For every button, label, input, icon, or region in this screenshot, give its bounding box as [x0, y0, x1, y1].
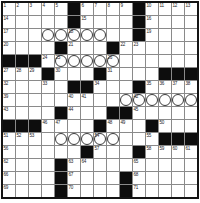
clue-number: 35	[147, 81, 152, 86]
cell-r11c4[interactable]	[42, 133, 54, 145]
cell-r12c6[interactable]	[68, 146, 80, 158]
cell-r11c6[interactable]	[68, 133, 80, 145]
cell-r8c14[interactable]	[172, 94, 184, 106]
cell-r14c13[interactable]	[159, 172, 171, 184]
cell-r12c3[interactable]	[29, 146, 41, 158]
cell-r12c4[interactable]	[42, 146, 54, 158]
cell-r1c1[interactable]: 1	[3, 3, 15, 15]
clue-number: 69	[4, 185, 9, 190]
cell-r13c11[interactable]: 65	[133, 159, 145, 171]
cell-r9c11[interactable]: 45	[133, 107, 145, 119]
clue-number: 26	[108, 55, 113, 60]
cell-r10c3	[29, 120, 41, 132]
cell-r2c14[interactable]	[172, 16, 184, 28]
cell-r13c6[interactable]: 63	[68, 159, 80, 171]
clue-number: 10	[147, 3, 152, 8]
cell-r4c11[interactable]: 23	[133, 42, 145, 54]
cell-r1c9[interactable]: 8	[107, 3, 119, 15]
cell-r9c6[interactable]: 44	[68, 107, 80, 119]
clue-number: 37	[173, 81, 178, 86]
cell-r12c11	[133, 146, 145, 158]
circle-mark	[55, 133, 67, 145]
cell-r10c9[interactable]: 48	[107, 120, 119, 132]
cell-r15c4[interactable]	[42, 185, 54, 197]
cell-r7c9[interactable]	[107, 81, 119, 93]
cell-r6c6[interactable]	[68, 68, 80, 80]
cell-r3c9[interactable]	[107, 29, 119, 41]
cell-r3c8[interactable]	[94, 29, 106, 41]
cell-r15c9[interactable]	[107, 185, 119, 197]
cell-r8c1[interactable]: 39	[3, 94, 15, 106]
cell-r4c12[interactable]	[146, 42, 158, 54]
clue-number: 31	[108, 68, 113, 73]
circle-mark	[120, 94, 132, 106]
cell-r1c2[interactable]: 2	[16, 3, 28, 15]
cell-r9c13[interactable]	[159, 107, 171, 119]
cell-r1c3[interactable]: 3	[29, 3, 41, 15]
cell-r12c8[interactable]: 57	[94, 146, 106, 158]
cell-r6c7[interactable]	[81, 68, 93, 80]
cell-r11c2[interactable]: 52	[16, 133, 28, 145]
cell-r14c1[interactable]: 66	[3, 172, 15, 184]
clue-number: 28	[17, 68, 22, 73]
cell-r1c15[interactable]: 13	[185, 3, 197, 15]
cell-r5c11[interactable]	[133, 55, 145, 67]
circle-mark	[172, 94, 184, 106]
cell-r5c8[interactable]	[94, 55, 106, 67]
cell-r6c8	[94, 68, 106, 80]
cell-r12c12[interactable]: 58	[146, 146, 158, 158]
cell-r9c1[interactable]: 43	[3, 107, 15, 119]
cell-r4c4[interactable]	[42, 42, 54, 54]
clue-number: 62	[4, 159, 9, 164]
clue-number: 66	[4, 172, 9, 177]
cell-r9c5	[55, 107, 67, 119]
cell-r11c3[interactable]: 53	[29, 133, 41, 145]
clue-number: 51	[4, 133, 9, 138]
cell-r1c5[interactable]: 5	[55, 3, 67, 15]
cell-r1c4[interactable]: 4	[42, 3, 54, 15]
clue-number: 24	[43, 55, 48, 60]
clue-number: 60	[173, 146, 178, 151]
cell-r3c2[interactable]	[16, 29, 28, 41]
cell-r15c5	[55, 185, 67, 197]
clue-number: 65	[134, 159, 139, 164]
cell-r15c8[interactable]	[94, 185, 106, 197]
cell-r7c15[interactable]: 38	[185, 81, 197, 93]
cell-r7c8[interactable]: 34	[94, 81, 106, 93]
cell-r14c9[interactable]	[107, 172, 119, 184]
cell-r11c5[interactable]	[55, 133, 67, 145]
clue-number: 5	[56, 3, 58, 8]
cell-r3c4[interactable]	[42, 29, 54, 41]
cell-r2c6	[68, 16, 80, 28]
cell-r6c9[interactable]: 31	[107, 68, 119, 80]
cell-r12c5[interactable]	[55, 146, 67, 158]
cell-r3c1[interactable]: 17	[3, 29, 15, 41]
cell-r11c9[interactable]	[107, 133, 119, 145]
cell-r14c7[interactable]	[81, 172, 93, 184]
cell-r4c2[interactable]	[16, 42, 28, 54]
cell-r7c6	[68, 81, 80, 93]
cell-r5c14[interactable]	[172, 55, 184, 67]
cell-r14c4[interactable]	[42, 172, 54, 184]
cell-r5c12[interactable]	[146, 55, 158, 67]
circle-mark	[185, 94, 197, 106]
cell-r11c11[interactable]	[133, 133, 145, 145]
cell-r4c5	[55, 42, 67, 54]
cell-r7c1[interactable]: 32	[3, 81, 15, 93]
circle-mark	[81, 133, 93, 145]
clue-number: 64	[82, 159, 87, 164]
cell-r4c3[interactable]	[29, 42, 41, 54]
cell-r10c11[interactable]	[133, 120, 145, 132]
clue-number: 9	[121, 3, 123, 8]
cell-r15c2[interactable]	[16, 185, 28, 197]
cell-r4c1[interactable]: 20	[3, 42, 15, 54]
cell-r10c5[interactable]: 47	[55, 120, 67, 132]
cell-r12c1[interactable]: 56	[3, 146, 15, 158]
cell-r4c7[interactable]	[81, 42, 93, 54]
cell-r3c11	[133, 29, 145, 41]
cell-r6c10[interactable]	[120, 68, 132, 80]
circle-mark	[159, 94, 171, 106]
cell-r14c3[interactable]	[29, 172, 41, 184]
cell-r12c14[interactable]: 60	[172, 146, 184, 158]
cell-r2c5[interactable]	[55, 16, 67, 28]
cell-r10c7[interactable]	[81, 120, 93, 132]
circle-mark	[55, 29, 67, 41]
circle-mark	[146, 94, 158, 106]
cell-r1c12[interactable]: 10	[146, 3, 158, 15]
cell-r14c6[interactable]: 67	[68, 172, 80, 184]
cell-r7c13[interactable]: 36	[159, 81, 171, 93]
cell-r11c7[interactable]	[81, 133, 93, 145]
clue-number: 49	[121, 120, 126, 125]
clue-number: 67	[69, 172, 74, 177]
clue-number: 14	[4, 16, 9, 21]
cell-r6c4	[42, 68, 54, 80]
cell-r5c10[interactable]	[120, 55, 132, 67]
cell-r4c9	[107, 42, 119, 54]
clue-number: 3	[30, 3, 32, 8]
cell-r8c10[interactable]	[120, 94, 132, 106]
clue-number: 48	[108, 120, 113, 125]
cell-r9c8[interactable]	[94, 107, 106, 119]
cell-r15c7[interactable]	[81, 185, 93, 197]
clue-number: 50	[160, 120, 165, 125]
clue-number: 12	[173, 3, 178, 8]
cell-r10c4[interactable]: 46	[42, 120, 54, 132]
clue-number: 41	[82, 94, 87, 99]
cell-r6c15	[185, 68, 197, 80]
cell-r2c7[interactable]: 15	[81, 16, 93, 28]
clue-number: 11	[160, 3, 164, 8]
cell-r13c9[interactable]	[107, 159, 119, 171]
cell-r9c4[interactable]	[42, 107, 54, 119]
cell-r2c9[interactable]	[107, 16, 119, 28]
cell-r11c1[interactable]: 51	[3, 133, 15, 145]
cell-r4c14[interactable]	[172, 42, 184, 54]
cell-r4c8[interactable]	[94, 42, 106, 54]
clue-number: 25	[56, 55, 61, 60]
circle-mark	[107, 133, 119, 145]
cell-r6c3[interactable]: 29	[29, 68, 41, 80]
cell-r14c11[interactable]: 68	[133, 172, 145, 184]
clue-number: 20	[4, 42, 9, 47]
cell-r10c10[interactable]: 49	[120, 120, 132, 132]
cell-r8c3[interactable]	[29, 94, 41, 106]
cell-r5c13[interactable]	[159, 55, 171, 67]
cell-r3c14[interactable]	[172, 29, 184, 41]
cell-r4c10[interactable]: 22	[120, 42, 132, 54]
cell-r13c12[interactable]	[146, 159, 158, 171]
cell-r11c10[interactable]	[120, 133, 132, 145]
clue-number: 57	[95, 146, 100, 151]
cell-r13c15[interactable]	[185, 159, 197, 171]
cell-r12c10[interactable]	[120, 146, 132, 158]
cell-r4c15[interactable]	[185, 42, 197, 54]
circle-mark	[68, 55, 80, 67]
cell-r7c10[interactable]	[120, 81, 132, 93]
cell-r5c15[interactable]	[185, 55, 197, 67]
cell-r5c9[interactable]: 26	[107, 55, 119, 67]
cell-r9c9	[107, 107, 119, 119]
clue-number: 55	[147, 133, 152, 138]
cell-r15c6[interactable]: 70	[68, 185, 80, 197]
cell-r14c14[interactable]	[172, 172, 184, 184]
cell-r9c7[interactable]	[81, 107, 93, 119]
cell-r2c3[interactable]	[29, 16, 41, 28]
clue-number: 16	[147, 16, 152, 21]
cell-r14c8[interactable]	[94, 172, 106, 184]
cell-r11c15	[185, 133, 197, 145]
cell-r2c15[interactable]	[185, 16, 197, 28]
cell-r1c11	[133, 3, 145, 15]
cell-r1c14[interactable]: 12	[172, 3, 184, 15]
cell-r10c13[interactable]: 50	[159, 120, 171, 132]
cell-r8c4[interactable]	[42, 94, 54, 106]
cell-r5c6[interactable]	[68, 55, 80, 67]
cell-r9c14[interactable]	[172, 107, 184, 119]
cell-r2c10[interactable]	[120, 16, 132, 28]
cell-r2c13[interactable]	[159, 16, 171, 28]
crossword-board: 1234567891011121314151617181920212223242…	[1, 1, 199, 199]
cell-r2c8[interactable]	[94, 16, 106, 28]
circle-mark	[68, 133, 80, 145]
cell-r3c6[interactable]: 18	[68, 29, 80, 41]
cell-r3c10[interactable]	[120, 29, 132, 41]
cell-r4c13[interactable]	[159, 42, 171, 54]
cell-r13c7[interactable]: 64	[81, 159, 93, 171]
cell-r6c2[interactable]: 28	[16, 68, 28, 80]
cell-r2c4[interactable]	[42, 16, 54, 28]
clue-number: 68	[134, 172, 139, 177]
cell-r7c2[interactable]	[16, 81, 28, 93]
clue-number: 45	[134, 107, 139, 112]
cell-r7c5[interactable]	[55, 81, 67, 93]
cell-r12c9[interactable]	[107, 146, 119, 158]
clue-number: 63	[69, 159, 74, 164]
cell-r8c6[interactable]: 40	[68, 94, 80, 106]
cell-r10c2	[16, 120, 28, 132]
clue-number: 2	[17, 3, 19, 8]
circle-mark	[81, 29, 93, 41]
cell-r7c3[interactable]	[29, 81, 41, 93]
cell-r5c4[interactable]: 24	[42, 55, 54, 67]
clue-number: 27	[4, 68, 9, 73]
clue-number: 6	[82, 3, 84, 8]
cell-r10c14[interactable]	[172, 120, 184, 132]
clue-number: 33	[43, 81, 48, 86]
cell-r5c5[interactable]: 25	[55, 55, 67, 67]
cell-r3c7[interactable]	[81, 29, 93, 41]
cell-r9c12[interactable]	[146, 107, 158, 119]
clue-number: 61	[186, 146, 191, 151]
cell-r2c1[interactable]: 14	[3, 16, 15, 28]
clue-number: 29	[30, 68, 35, 73]
clue-number: 40	[69, 94, 74, 99]
cell-r10c12	[146, 120, 158, 132]
cell-r4c6[interactable]: 21	[68, 42, 80, 54]
cell-r8c8[interactable]	[94, 94, 106, 106]
clue-number: 19	[147, 29, 152, 34]
clue-number: 59	[160, 146, 165, 151]
cell-r1c10[interactable]: 9	[120, 3, 132, 15]
cell-r8c15[interactable]	[185, 94, 197, 106]
clue-number: 36	[160, 81, 165, 86]
clue-number: 44	[69, 107, 74, 112]
cell-r13c2[interactable]	[16, 159, 28, 171]
clue-number: 1	[4, 3, 6, 8]
clue-number: 4	[43, 3, 45, 8]
cell-r5c3	[29, 55, 41, 67]
cell-r6c5[interactable]: 30	[55, 68, 67, 80]
clue-number: 42	[134, 94, 139, 99]
cell-r13c5	[55, 159, 67, 171]
cell-r14c12[interactable]	[146, 172, 158, 184]
cell-r9c3[interactable]	[29, 107, 41, 119]
cell-r8c5[interactable]	[55, 94, 67, 106]
cell-r1c8[interactable]: 7	[94, 3, 106, 15]
clue-number: 52	[17, 133, 22, 138]
cell-r13c10[interactable]	[120, 159, 132, 171]
circle-mark	[94, 55, 106, 67]
cell-r14c2[interactable]	[16, 172, 28, 184]
cell-r3c13[interactable]	[159, 29, 171, 41]
cell-r8c11[interactable]: 42	[133, 94, 145, 106]
clue-number: 53	[30, 133, 35, 138]
cell-r3c5[interactable]	[55, 29, 67, 41]
cell-r11c8[interactable]: 54	[94, 133, 106, 145]
clue-number: 39	[4, 94, 9, 99]
clue-number: 21	[69, 42, 74, 47]
cell-r7c7	[81, 81, 93, 93]
cell-r6c11[interactable]	[133, 68, 145, 80]
cell-r7c14[interactable]: 37	[172, 81, 184, 93]
cell-r13c4[interactable]	[42, 159, 54, 171]
cell-r1c6	[68, 3, 80, 15]
cell-r15c3[interactable]	[29, 185, 41, 197]
clue-number: 13	[186, 3, 191, 8]
cell-r13c8[interactable]	[94, 159, 106, 171]
cell-r10c8	[94, 120, 106, 132]
cell-r9c10	[120, 107, 132, 119]
cell-r13c3[interactable]	[29, 159, 41, 171]
cell-r1c13[interactable]: 11	[159, 3, 171, 15]
cell-r7c12[interactable]: 35	[146, 81, 158, 93]
cell-r14c15[interactable]	[185, 172, 197, 184]
cell-r9c15[interactable]	[185, 107, 197, 119]
clue-number: 38	[186, 81, 191, 86]
circle-mark	[94, 29, 106, 41]
cell-r5c2	[16, 55, 28, 67]
cell-r2c2[interactable]	[16, 16, 28, 28]
cell-r8c13[interactable]	[159, 94, 171, 106]
clue-number: 47	[56, 120, 61, 125]
clue-number: 7	[95, 3, 97, 8]
cell-r2c11	[133, 16, 145, 28]
cell-r1c7[interactable]: 6	[81, 3, 93, 15]
cell-r13c14[interactable]	[172, 159, 184, 171]
cell-r15c15[interactable]	[185, 185, 197, 197]
cell-r7c4[interactable]: 33	[42, 81, 54, 93]
cell-r8c9[interactable]	[107, 94, 119, 106]
cell-r8c2[interactable]	[16, 94, 28, 106]
cell-r15c10	[120, 185, 132, 197]
cell-r15c14[interactable]	[172, 185, 184, 197]
cell-r15c1[interactable]: 69	[3, 185, 15, 197]
cell-r5c7[interactable]	[81, 55, 93, 67]
cell-r6c1[interactable]: 27	[3, 68, 15, 80]
cell-r10c6[interactable]	[68, 120, 80, 132]
cell-r10c15[interactable]	[185, 120, 197, 132]
cell-r13c1[interactable]: 62	[3, 159, 15, 171]
clue-number: 71	[134, 185, 139, 190]
cell-r3c12[interactable]: 19	[146, 29, 158, 41]
clue-number: 17	[4, 29, 9, 34]
clue-number: 30	[56, 68, 61, 73]
clue-number: 43	[4, 107, 9, 112]
cell-r15c12[interactable]	[146, 185, 158, 197]
clue-number: 54	[95, 133, 100, 138]
cell-r11c13	[159, 133, 171, 145]
cell-r8c7[interactable]: 41	[81, 94, 93, 106]
clue-number: 32	[4, 81, 9, 86]
cell-r3c15[interactable]	[185, 29, 197, 41]
cell-r11c12[interactable]: 55	[146, 133, 158, 145]
cell-r8c12[interactable]	[146, 94, 158, 106]
cell-r9c2[interactable]	[16, 107, 28, 119]
cell-r5c1	[3, 55, 15, 67]
cell-r12c2[interactable]	[16, 146, 28, 158]
cell-r2c12[interactable]: 16	[146, 16, 158, 28]
cell-r15c11[interactable]: 71	[133, 185, 145, 197]
cell-r6c14	[172, 68, 184, 80]
cell-r15c13[interactable]	[159, 185, 171, 197]
clue-number: 8	[108, 3, 110, 8]
cell-r6c12[interactable]	[146, 68, 158, 80]
cell-r12c13[interactable]: 59	[159, 146, 171, 158]
clue-number: 15	[82, 16, 87, 21]
cell-r12c15[interactable]: 61	[185, 146, 197, 158]
cell-r10c1	[3, 120, 15, 132]
circle-mark	[81, 55, 93, 67]
clue-number: 56	[4, 146, 9, 151]
cell-r14c10	[120, 172, 132, 184]
cell-r13c13[interactable]	[159, 159, 171, 171]
cell-r3c3[interactable]	[29, 29, 41, 41]
